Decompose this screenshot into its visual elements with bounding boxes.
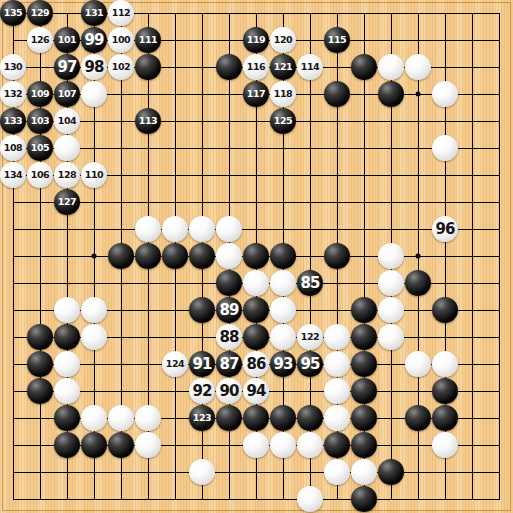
move-number: 114 [301, 62, 319, 72]
move-number: 124 [166, 359, 184, 369]
white-stone[interactable] [405, 351, 431, 377]
black-stone[interactable] [216, 270, 242, 296]
white-stone[interactable]: 130 [0, 54, 26, 80]
black-stone[interactable] [81, 432, 107, 458]
white-stone[interactable]: 128 [54, 162, 80, 188]
black-stone[interactable]: 127 [54, 189, 80, 215]
move-number: 125 [274, 116, 292, 126]
move-number: 133 [4, 116, 22, 126]
white-stone[interactable]: 108 [0, 135, 26, 161]
black-stone[interactable] [378, 459, 404, 485]
white-stone[interactable]: 88 [216, 324, 242, 350]
white-stone[interactable] [189, 459, 215, 485]
black-stone[interactable] [189, 243, 215, 269]
black-stone[interactable] [324, 81, 350, 107]
black-stone[interactable]: 111 [135, 27, 161, 53]
black-stone[interactable]: 113 [135, 108, 161, 134]
white-stone[interactable] [243, 270, 269, 296]
black-stone[interactable]: 91 [189, 351, 215, 377]
white-stone[interactable]: 122 [297, 324, 323, 350]
black-stone[interactable]: 103 [27, 108, 53, 134]
black-stone[interactable] [243, 405, 269, 431]
white-stone[interactable] [189, 216, 215, 242]
white-stone[interactable] [324, 324, 350, 350]
black-stone[interactable] [243, 297, 269, 323]
move-number: 113 [139, 116, 157, 126]
black-stone[interactable] [135, 54, 161, 80]
white-stone[interactable] [270, 324, 296, 350]
black-stone[interactable] [243, 243, 269, 269]
black-stone[interactable]: 95 [297, 351, 323, 377]
move-number: 94 [247, 384, 266, 399]
white-stone[interactable] [297, 486, 323, 512]
black-stone[interactable]: 117 [243, 81, 269, 107]
black-stone[interactable]: 107 [54, 81, 80, 107]
white-stone[interactable] [432, 135, 458, 161]
stone-grid: 1351291311121261019910011111912011513097… [0, 0, 513, 513]
white-stone[interactable] [324, 459, 350, 485]
white-stone[interactable] [378, 243, 404, 269]
black-stone[interactable]: 115 [324, 27, 350, 53]
white-stone[interactable] [378, 297, 404, 323]
white-stone[interactable] [108, 405, 134, 431]
white-stone[interactable] [135, 432, 161, 458]
white-stone[interactable] [216, 216, 242, 242]
black-stone[interactable] [216, 54, 242, 80]
move-number: 111 [139, 35, 157, 45]
white-stone[interactable] [54, 351, 80, 377]
black-stone[interactable] [54, 432, 80, 458]
white-stone[interactable] [432, 81, 458, 107]
white-stone[interactable] [324, 405, 350, 431]
white-stone[interactable]: 118 [270, 81, 296, 107]
black-stone[interactable] [432, 405, 458, 431]
black-stone[interactable] [54, 405, 80, 431]
black-stone[interactable]: 93 [270, 351, 296, 377]
black-stone[interactable]: 97 [54, 54, 80, 80]
white-stone[interactable]: 116 [243, 54, 269, 80]
move-number: 98 [85, 60, 104, 75]
black-stone[interactable] [324, 432, 350, 458]
white-stone[interactable] [81, 81, 107, 107]
black-stone[interactable] [108, 432, 134, 458]
white-stone[interactable] [81, 324, 107, 350]
white-stone[interactable] [54, 135, 80, 161]
white-stone[interactable] [351, 459, 377, 485]
black-stone[interactable] [432, 297, 458, 323]
white-stone[interactable]: 106 [27, 162, 53, 188]
move-number: 100 [112, 35, 130, 45]
white-stone[interactable] [270, 432, 296, 458]
black-stone[interactable] [351, 378, 377, 404]
move-number: 104 [58, 116, 76, 126]
move-number: 110 [85, 170, 103, 180]
black-stone[interactable]: 109 [27, 81, 53, 107]
move-number: 85 [301, 276, 320, 291]
white-stone[interactable] [135, 405, 161, 431]
black-stone[interactable]: 119 [243, 27, 269, 53]
move-number: 103 [31, 116, 49, 126]
move-number: 122 [301, 332, 319, 342]
black-stone[interactable] [324, 243, 350, 269]
black-stone[interactable]: 85 [297, 270, 323, 296]
black-stone[interactable]: 121 [270, 54, 296, 80]
move-number: 130 [4, 62, 22, 72]
white-stone[interactable]: 126 [27, 27, 53, 53]
black-stone[interactable] [405, 270, 431, 296]
white-stone[interactable] [54, 378, 80, 404]
black-stone[interactable]: 135 [0, 0, 26, 26]
move-number: 120 [274, 35, 292, 45]
white-stone[interactable]: 114 [297, 54, 323, 80]
white-stone[interactable]: 110 [81, 162, 107, 188]
black-stone[interactable] [351, 54, 377, 80]
black-stone[interactable] [54, 324, 80, 350]
black-stone[interactable] [27, 324, 53, 350]
white-stone[interactable]: 98 [81, 54, 107, 80]
white-stone[interactable] [135, 216, 161, 242]
move-number: 101 [58, 35, 76, 45]
move-number: 93 [274, 357, 293, 372]
white-stone[interactable]: 102 [108, 54, 134, 80]
black-stone[interactable] [27, 351, 53, 377]
white-stone[interactable] [162, 216, 188, 242]
black-stone[interactable] [216, 405, 242, 431]
black-stone[interactable] [351, 432, 377, 458]
move-number: 105 [31, 143, 49, 153]
move-number: 88 [220, 330, 239, 345]
move-number: 128 [58, 170, 76, 180]
move-number: 118 [274, 89, 292, 99]
move-number: 116 [247, 62, 265, 72]
white-stone[interactable] [378, 270, 404, 296]
move-number: 108 [4, 143, 22, 153]
white-stone[interactable] [297, 432, 323, 458]
move-number: 99 [85, 33, 104, 48]
move-number: 119 [247, 35, 265, 45]
white-stone[interactable] [432, 351, 458, 377]
move-number: 121 [274, 62, 292, 72]
black-stone[interactable] [135, 243, 161, 269]
white-stone[interactable] [432, 432, 458, 458]
black-stone[interactable]: 123 [189, 405, 215, 431]
move-number: 86 [247, 357, 266, 372]
move-number: 131 [85, 8, 103, 18]
white-stone[interactable] [324, 378, 350, 404]
go-board[interactable]: 1351291311121261019910011111912011513097… [0, 0, 513, 513]
black-stone[interactable] [351, 324, 377, 350]
white-stone[interactable]: 112 [108, 0, 134, 26]
black-stone[interactable] [108, 243, 134, 269]
white-stone[interactable]: 94 [243, 378, 269, 404]
black-stone[interactable] [270, 405, 296, 431]
white-stone[interactable]: 132 [0, 81, 26, 107]
black-stone[interactable] [297, 405, 323, 431]
white-stone[interactable] [54, 297, 80, 323]
move-number: 109 [31, 89, 49, 99]
white-stone[interactable] [270, 270, 296, 296]
white-stone[interactable] [81, 405, 107, 431]
black-stone[interactable] [162, 243, 188, 269]
move-number: 89 [220, 303, 239, 318]
white-stone[interactable]: 120 [270, 27, 296, 53]
black-stone[interactable]: 101 [54, 27, 80, 53]
move-number: 127 [58, 197, 76, 207]
move-number: 132 [4, 89, 22, 99]
black-stone[interactable]: 133 [0, 108, 26, 134]
move-number: 106 [31, 170, 49, 180]
move-number: 123 [193, 413, 211, 423]
white-stone[interactable] [378, 324, 404, 350]
black-stone[interactable] [189, 297, 215, 323]
move-number: 126 [31, 35, 49, 45]
move-number: 91 [193, 357, 212, 372]
black-stone[interactable]: 105 [27, 135, 53, 161]
black-stone[interactable]: 87 [216, 351, 242, 377]
black-stone[interactable]: 125 [270, 108, 296, 134]
move-number: 102 [112, 62, 130, 72]
move-number: 107 [58, 89, 76, 99]
move-number: 112 [112, 8, 130, 18]
black-stone[interactable] [351, 405, 377, 431]
white-stone[interactable]: 90 [216, 378, 242, 404]
move-number: 117 [247, 89, 265, 99]
move-number: 129 [31, 8, 49, 18]
white-stone[interactable]: 100 [108, 27, 134, 53]
move-number: 97 [58, 60, 77, 75]
black-stone[interactable] [243, 324, 269, 350]
black-stone[interactable]: 89 [216, 297, 242, 323]
move-number: 115 [328, 35, 346, 45]
black-stone[interactable]: 129 [27, 0, 53, 26]
move-number: 90 [220, 384, 239, 399]
black-stone[interactable] [351, 297, 377, 323]
white-stone[interactable] [378, 54, 404, 80]
black-stone[interactable] [27, 378, 53, 404]
white-stone[interactable] [405, 54, 431, 80]
black-stone[interactable] [351, 351, 377, 377]
move-number: 95 [301, 357, 320, 372]
white-stone[interactable]: 134 [0, 162, 26, 188]
white-stone[interactable] [243, 432, 269, 458]
black-stone[interactable] [432, 378, 458, 404]
black-stone[interactable] [351, 486, 377, 512]
move-number: 134 [4, 170, 22, 180]
move-number: 135 [4, 8, 22, 18]
white-stone[interactable] [216, 243, 242, 269]
move-number: 96 [436, 222, 455, 237]
move-number: 87 [220, 357, 239, 372]
white-stone[interactable] [270, 297, 296, 323]
white-stone[interactable]: 92 [189, 378, 215, 404]
white-stone[interactable]: 124 [162, 351, 188, 377]
move-number: 92 [193, 384, 212, 399]
black-stone[interactable] [270, 243, 296, 269]
black-stone[interactable] [405, 405, 431, 431]
white-stone[interactable]: 96 [432, 216, 458, 242]
white-stone[interactable]: 104 [54, 108, 80, 134]
white-stone[interactable] [324, 351, 350, 377]
white-stone[interactable] [81, 297, 107, 323]
black-stone[interactable]: 99 [81, 27, 107, 53]
black-stone[interactable]: 131 [81, 0, 107, 26]
white-stone[interactable]: 86 [243, 351, 269, 377]
black-stone[interactable] [378, 81, 404, 107]
